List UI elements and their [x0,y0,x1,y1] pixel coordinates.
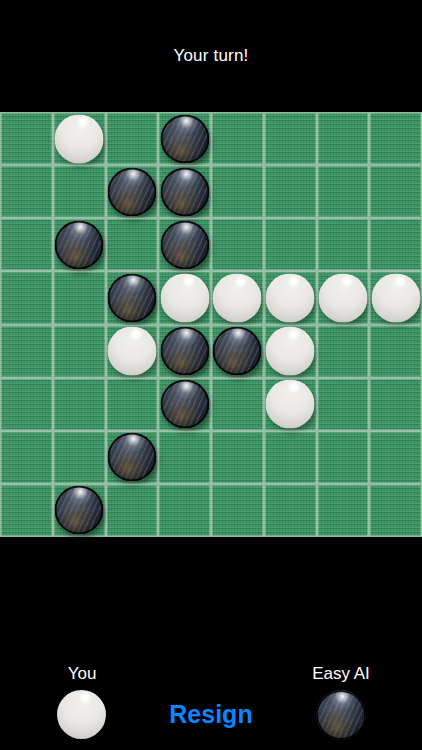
board-cell-h4[interactable] [369,271,422,324]
board-cell-h3[interactable] [369,218,422,271]
board-cell-b8[interactable] [53,484,106,537]
player-ai-label: Easy AI [281,664,401,684]
board-cell-b2[interactable] [53,165,106,218]
board-cell-c3[interactable] [106,218,159,271]
board-cell-c5[interactable] [106,325,159,378]
board-cell-a8[interactable] [0,484,53,537]
board-cell-h7[interactable] [369,431,422,484]
white-stone [160,273,209,322]
black-stone [107,433,156,482]
board-cell-e7[interactable] [211,431,264,484]
black-stone [160,220,209,269]
board-cell-c7[interactable] [106,431,159,484]
board-cell-g2[interactable] [317,165,370,218]
board-cell-c1[interactable] [106,112,159,165]
board-cell-a3[interactable] [0,218,53,271]
board-cell-g5[interactable] [317,325,370,378]
board-cell-d7[interactable] [158,431,211,484]
black-stone [160,114,209,163]
board-cell-b5[interactable] [53,325,106,378]
board-cell-e5[interactable] [211,325,264,378]
board-cell-h2[interactable] [369,165,422,218]
white-stone [55,114,104,163]
board-cell-e2[interactable] [211,165,264,218]
board-cell-g6[interactable] [317,378,370,431]
board-cell-b1[interactable] [53,112,106,165]
black-stone [160,167,209,216]
board-cell-a2[interactable] [0,165,53,218]
board-cell-d2[interactable] [158,165,211,218]
board-cell-a4[interactable] [0,271,53,324]
black-stone [55,220,104,269]
board-cell-c8[interactable] [106,484,159,537]
board-cell-b6[interactable] [53,378,106,431]
white-stone [266,327,315,376]
black-stone [55,486,104,535]
board-cell-f2[interactable] [264,165,317,218]
board-cell-b7[interactable] [53,431,106,484]
game-board[interactable] [0,112,422,537]
board-cell-g3[interactable] [317,218,370,271]
board-cell-d8[interactable] [158,484,211,537]
board-cell-g7[interactable] [317,431,370,484]
board-cell-a7[interactable] [0,431,53,484]
board-cell-f4[interactable] [264,271,317,324]
white-stone [213,273,262,322]
board-cell-e8[interactable] [211,484,264,537]
board-cell-g1[interactable] [317,112,370,165]
board-cell-f1[interactable] [264,112,317,165]
board-cell-f3[interactable] [264,218,317,271]
white-stone [371,273,420,322]
board-cell-g4[interactable] [317,271,370,324]
board-cell-a6[interactable] [0,378,53,431]
board-cell-e1[interactable] [211,112,264,165]
board-cell-h1[interactable] [369,112,422,165]
board-cell-e6[interactable] [211,378,264,431]
board-cell-e4[interactable] [211,271,264,324]
black-stone [213,327,262,376]
board-cell-b4[interactable] [53,271,106,324]
white-stone [266,380,315,429]
board-cell-d1[interactable] [158,112,211,165]
board-cell-f5[interactable] [264,325,317,378]
board-cell-a1[interactable] [0,112,53,165]
black-stone [160,327,209,376]
board-cell-b3[interactable] [53,218,106,271]
board-cell-h8[interactable] [369,484,422,537]
footer-bar: You Resign Easy AI [0,537,422,750]
white-stone [107,327,156,376]
black-stone [107,273,156,322]
board-cell-a5[interactable] [0,325,53,378]
white-stone [266,273,315,322]
board-cell-c4[interactable] [106,271,159,324]
board-cell-h5[interactable] [369,325,422,378]
board-cell-f6[interactable] [264,378,317,431]
board-cell-f7[interactable] [264,431,317,484]
black-stone [107,167,156,216]
board-cell-g8[interactable] [317,484,370,537]
player-ai-black-stone [316,690,366,740]
board-cell-e3[interactable] [211,218,264,271]
board-cell-c6[interactable] [106,378,159,431]
turn-status-text: Your turn! [0,46,422,66]
board-cell-c2[interactable] [106,165,159,218]
board-cell-f8[interactable] [264,484,317,537]
status-bar: Your turn! [0,0,422,112]
board-cell-d3[interactable] [158,218,211,271]
player-you-label: You [22,664,142,684]
white-stone [318,273,367,322]
black-stone [160,380,209,429]
board-cell-d4[interactable] [158,271,211,324]
board-cell-d5[interactable] [158,325,211,378]
board-cell-d6[interactable] [158,378,211,431]
board-cell-h6[interactable] [369,378,422,431]
